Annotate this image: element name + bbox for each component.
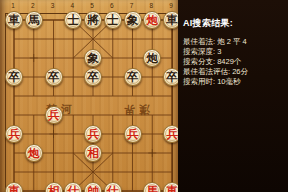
piece-glyph: 仕 [65, 183, 81, 192]
file-label-8: 8 [146, 1, 156, 10]
piece-glyph: 兵 [85, 126, 101, 143]
piece-red-elephant[interactable]: 相 [84, 144, 102, 162]
piece-red-cannon[interactable]: 炮 [143, 11, 161, 29]
piece-glyph: 象 [85, 50, 101, 67]
piece-red-chariot[interactable]: 車 [5, 182, 23, 192]
piece-glyph: 兵 [46, 107, 62, 124]
piece-glyph: 相 [85, 145, 101, 162]
game-window: 123456789 楚河 漢界 車馬士將士象炮車象炮卒卒卒卒卒兵兵兵兵兵炮相車相… [0, 0, 288, 192]
file-label-4: 4 [67, 1, 77, 10]
piece-red-elephant[interactable]: 相 [45, 182, 63, 192]
piece-glyph: 士 [65, 12, 81, 29]
piece-black-horse[interactable]: 馬 [25, 11, 43, 29]
piece-red-soldier[interactable]: 兵 [124, 125, 142, 143]
piece-glyph: 炮 [144, 12, 160, 29]
piece-black-soldier[interactable]: 卒 [84, 68, 102, 86]
piece-glyph: 炮 [144, 50, 160, 67]
piece-glyph: 馬 [26, 12, 42, 29]
piece-glyph: 卒 [46, 69, 62, 86]
piece-glyph: 卒 [85, 69, 101, 86]
stat-time: 搜索用时: 10毫秒 [183, 77, 286, 87]
piece-glyph: 相 [46, 183, 62, 192]
piece-black-chariot[interactable]: 車 [5, 11, 23, 29]
stat-best-move: 最佳着法: 炮 2 平 4 [183, 37, 286, 47]
piece-black-soldier[interactable]: 卒 [124, 68, 142, 86]
piece-red-advisor[interactable]: 仕 [64, 182, 82, 192]
piece-black-soldier[interactable]: 卒 [45, 68, 63, 86]
piece-red-soldier[interactable]: 兵 [5, 125, 23, 143]
stat-branches: 搜索分支: 8429个 [183, 57, 286, 67]
piece-black-advisor[interactable]: 士 [104, 11, 122, 29]
piece-glyph: 帥 [85, 183, 101, 192]
stat-evaluation: 最佳着法评估: 26分 [183, 67, 286, 77]
file-label-6: 6 [107, 1, 117, 10]
piece-black-soldier[interactable]: 卒 [5, 68, 23, 86]
piece-glyph: 卒 [125, 69, 141, 86]
piece-red-soldier[interactable]: 兵 [45, 106, 63, 124]
river-text-right: 漢界 [120, 102, 150, 117]
xiangqi-board[interactable]: 123456789 楚河 漢界 車馬士將士象炮車象炮卒卒卒卒卒兵兵兵兵兵炮相車相… [0, 0, 178, 192]
stat-depth: 搜索深度: 3 [183, 47, 286, 57]
piece-glyph: 士 [105, 12, 121, 29]
piece-glyph: 兵 [6, 126, 22, 143]
file-label-3: 3 [48, 1, 58, 10]
piece-glyph: 炮 [26, 145, 42, 162]
ai-panel-title: AI搜索结果: [183, 17, 233, 30]
piece-glyph: 仕 [105, 183, 121, 192]
file-label-5: 5 [87, 1, 97, 10]
file-label-2: 2 [28, 1, 38, 10]
piece-glyph: 馬 [144, 183, 160, 192]
piece-glyph: 卒 [6, 69, 22, 86]
piece-black-elephant[interactable]: 象 [84, 49, 102, 67]
file-label-9: 9 [166, 1, 176, 10]
piece-red-general[interactable]: 帥 [84, 182, 102, 192]
file-label-7: 7 [127, 1, 137, 10]
piece-glyph: 車 [6, 183, 22, 192]
piece-glyph: 象 [125, 12, 141, 29]
file-label-1: 1 [8, 1, 18, 10]
piece-black-advisor[interactable]: 士 [64, 11, 82, 29]
piece-glyph: 將 [85, 12, 101, 29]
piece-red-cannon[interactable]: 炮 [25, 144, 43, 162]
piece-black-general[interactable]: 將 [84, 11, 102, 29]
piece-black-elephant[interactable]: 象 [124, 11, 142, 29]
piece-red-horse[interactable]: 馬 [143, 182, 161, 192]
piece-red-soldier[interactable]: 兵 [84, 125, 102, 143]
ai-search-panel: AI搜索结果: 最佳着法: 炮 2 平 4 搜索深度: 3 搜索分支: 8429… [178, 0, 288, 192]
piece-black-cannon[interactable]: 炮 [143, 49, 161, 67]
piece-glyph: 兵 [125, 126, 141, 143]
piece-red-advisor[interactable]: 仕 [104, 182, 122, 192]
piece-glyph: 車 [6, 12, 22, 29]
ai-panel-stats: 最佳着法: 炮 2 平 4 搜索深度: 3 搜索分支: 8429个 最佳着法评估… [183, 37, 286, 87]
